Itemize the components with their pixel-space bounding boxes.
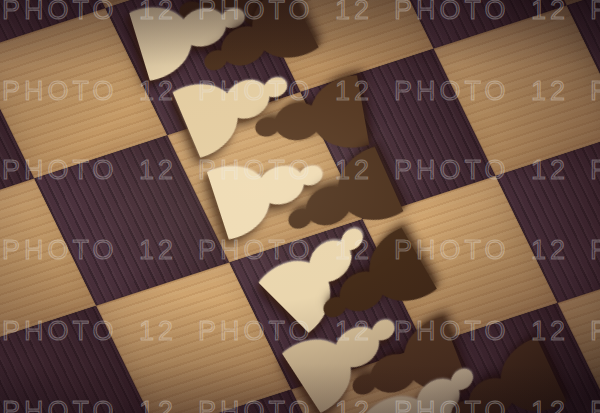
pawn-layer: ♟♟♟♟♟♟♟♟♟♟♟♟♟ [0,0,600,413]
chessboard-photo-scene: ♟♟♟♟♟♟♟♟♟♟♟♟♟ PHOTO 12PHOTO 12PHOTO 12PH… [0,0,600,413]
